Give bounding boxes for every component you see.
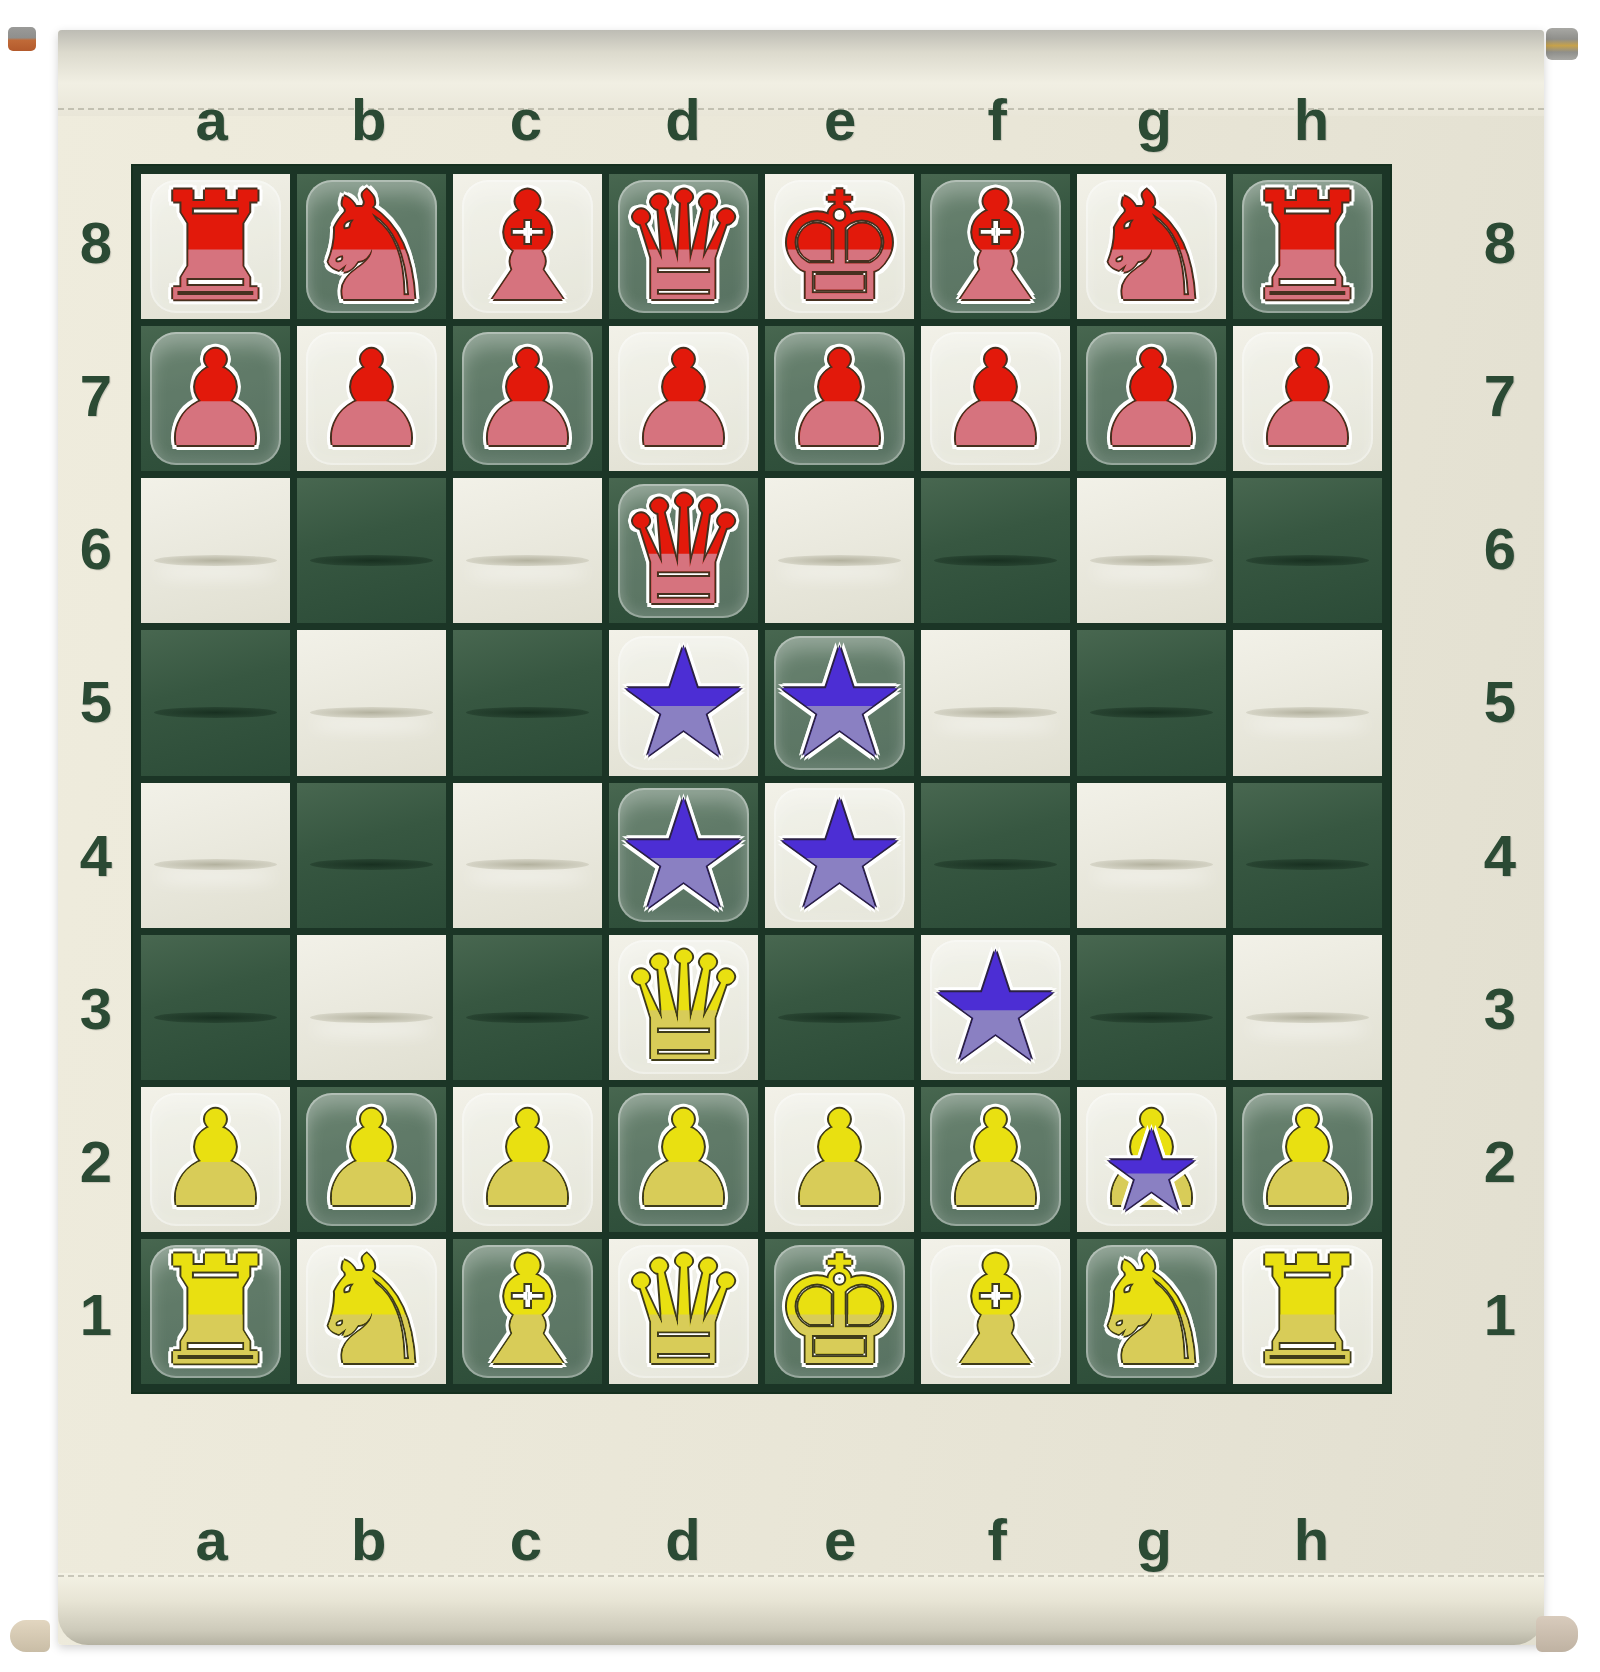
red-pawn-d7[interactable]: ♟♟ (609, 326, 758, 471)
square-h5[interactable] (1233, 630, 1382, 775)
red-queen-d6[interactable]: ♛♛ (609, 478, 758, 623)
file-label-g: g (1076, 1508, 1233, 1572)
square-h7[interactable]: ♟♟ (1233, 326, 1382, 471)
yellow-queen-d1[interactable]: ♛♛ (609, 1239, 758, 1384)
rank-label-2: 2 (1468, 1086, 1532, 1239)
yellow-rook-a1[interactable]: ♜♜ (141, 1239, 290, 1384)
pocket-slit-f5 (934, 707, 1056, 718)
square-c6[interactable] (453, 478, 602, 623)
red-pawn-f7[interactable]: ♟♟ (921, 326, 1070, 471)
file-label-e: e (762, 88, 919, 152)
star-marker-d5[interactable]: ★★ (609, 630, 758, 775)
square-a7[interactable]: ♟♟ (141, 326, 290, 471)
square-g6[interactable] (1077, 478, 1226, 623)
square-b6[interactable] (297, 478, 446, 623)
file-label-b: b (290, 1508, 447, 1572)
pocket-slit-a3 (154, 1012, 276, 1023)
file-label-f: f (919, 1508, 1076, 1572)
star-marker-f3[interactable]: ★★ (921, 935, 1070, 1080)
red-rook-h8[interactable]: ♜♜ (1233, 174, 1382, 319)
rank-label-5: 5 (64, 626, 128, 779)
file-label-c: c (447, 1508, 604, 1572)
square-g3[interactable] (1077, 935, 1226, 1080)
file-label-h: h (1233, 88, 1390, 152)
square-d1[interactable]: ♛♛ (609, 1239, 758, 1384)
pocket-slit-g3 (1090, 1012, 1212, 1023)
pocket-slit-f4 (934, 859, 1056, 870)
yellow-knight-b1[interactable]: ♞♞ (297, 1239, 446, 1384)
pocket-slit-b4 (310, 859, 432, 870)
pocket-slit-h5 (1246, 707, 1368, 718)
square-g5[interactable] (1077, 630, 1226, 775)
star-marker-e5[interactable]: ★★ (765, 630, 914, 775)
square-c1[interactable]: ♝♝ (453, 1239, 602, 1384)
square-h6[interactable] (1233, 478, 1382, 623)
rank-label-7: 7 (1468, 319, 1532, 472)
red-pawn-c7[interactable]: ♟♟ (453, 326, 602, 471)
yellow-pawn-d2[interactable]: ♟♟ (609, 1087, 758, 1232)
square-d3[interactable]: ♛♛ (609, 935, 758, 1080)
file-label-e: e (762, 1508, 919, 1572)
square-c2[interactable]: ♟♟ (453, 1087, 602, 1232)
pocket-slit-e3 (778, 1012, 900, 1023)
square-d4[interactable]: ★★ (609, 783, 758, 928)
yellow-bishop-c1[interactable]: ♝♝ (453, 1239, 602, 1384)
square-f4[interactable] (921, 783, 1070, 928)
square-f8[interactable]: ♝♝ (921, 174, 1070, 319)
red-knight-b8[interactable]: ♞♞ (297, 174, 446, 319)
pocket-slit-g6 (1090, 555, 1212, 566)
square-e4[interactable]: ★★ (765, 783, 914, 928)
red-pawn-b7[interactable]: ♟♟ (297, 326, 446, 471)
red-knight-g8[interactable]: ♞♞ (1077, 174, 1226, 319)
square-f7[interactable]: ♟♟ (921, 326, 1070, 471)
file-label-d: d (604, 88, 761, 152)
star-marker-g2[interactable]: ★★ (1077, 1099, 1226, 1244)
pocket-slit-c4 (466, 859, 588, 870)
file-label-d: d (604, 1508, 761, 1572)
square-b4[interactable] (297, 783, 446, 928)
square-h4[interactable] (1233, 783, 1382, 928)
square-d6[interactable]: ♛♛ (609, 478, 758, 623)
red-pawn-g7[interactable]: ♟♟ (1077, 326, 1226, 471)
square-g8[interactable]: ♞♞ (1077, 174, 1226, 319)
red-bishop-f8[interactable]: ♝♝ (921, 174, 1070, 319)
square-a1[interactable]: ♜♜ (141, 1239, 290, 1384)
square-a5[interactable] (141, 630, 290, 775)
bottom-left-dowel-end (10, 1620, 50, 1652)
file-label-g: g (1076, 88, 1233, 152)
red-queen-d8[interactable]: ♛♛ (609, 174, 758, 319)
rank-label-7: 7 (64, 319, 128, 472)
square-e8[interactable]: ♚♚ (765, 174, 914, 319)
star-marker-d4[interactable]: ★★ (609, 783, 758, 928)
square-e6[interactable] (765, 478, 914, 623)
yellow-pawn-b2[interactable]: ♟♟ (297, 1087, 446, 1232)
yellow-knight-g1[interactable]: ♞♞ (1077, 1239, 1226, 1384)
pocket-slit-a6 (154, 555, 276, 566)
square-b7[interactable]: ♟♟ (297, 326, 446, 471)
square-a2[interactable]: ♟♟ (141, 1087, 290, 1232)
star-marker-e4[interactable]: ★★ (765, 783, 914, 928)
square-f6[interactable] (921, 478, 1070, 623)
top-left-rod-end (8, 27, 36, 51)
yellow-pawn-f2[interactable]: ♟♟ (921, 1087, 1070, 1232)
square-e5[interactable]: ★★ (765, 630, 914, 775)
pocket-slit-g4 (1090, 859, 1212, 870)
red-pawn-a7[interactable]: ♟♟ (141, 326, 290, 471)
square-d7[interactable]: ♟♟ (609, 326, 758, 471)
rank-label-6: 6 (64, 473, 128, 626)
rank-label-6: 6 (1468, 473, 1532, 626)
chess-board: ♜♜♞♞♝♝♛♛♚♚♝♝♞♞♜♜♟♟♟♟♟♟♟♟♟♟♟♟♟♟♟♟♛♛★★★★★★… (133, 166, 1390, 1392)
square-a8[interactable]: ♜♜ (141, 174, 290, 319)
square-b8[interactable]: ♞♞ (297, 174, 446, 319)
square-e2[interactable]: ♟♟ (765, 1087, 914, 1232)
file-labels-bottom: abcdefgh (133, 1508, 1390, 1572)
square-h8[interactable]: ♜♜ (1233, 174, 1382, 319)
pocket-slit-c3 (466, 1012, 588, 1023)
file-label-h: h (1233, 1508, 1390, 1572)
red-bishop-c8[interactable]: ♝♝ (453, 174, 602, 319)
square-c3[interactable] (453, 935, 602, 1080)
top-right-rod-end (1546, 28, 1578, 60)
red-pawn-e7[interactable]: ♟♟ (765, 326, 914, 471)
square-d5[interactable]: ★★ (609, 630, 758, 775)
pocket-slit-c5 (466, 707, 588, 718)
file-label-b: b (290, 88, 447, 152)
square-b2[interactable]: ♟♟ (297, 1087, 446, 1232)
square-e1[interactable]: ♚♚ (765, 1239, 914, 1384)
rank-label-8: 8 (64, 166, 128, 319)
square-b5[interactable] (297, 630, 446, 775)
square-a4[interactable] (141, 783, 290, 928)
red-pawn-h7[interactable]: ♟♟ (1233, 326, 1382, 471)
rank-label-5: 5 (1468, 626, 1532, 779)
pocket-slit-a5 (154, 707, 276, 718)
rank-label-1: 1 (1468, 1239, 1532, 1392)
rank-label-2: 2 (64, 1086, 128, 1239)
pocket-slit-h3 (1246, 1012, 1368, 1023)
demo-chess-board-photo: abcdefgh abcdefgh 87654321 87654321 ♜♜♞♞… (0, 0, 1600, 1672)
rank-label-3: 3 (1468, 932, 1532, 1085)
pocket-slit-b3 (310, 1012, 432, 1023)
square-c7[interactable]: ♟♟ (453, 326, 602, 471)
square-f5[interactable] (921, 630, 1070, 775)
rank-label-3: 3 (64, 932, 128, 1085)
pocket-slit-a4 (154, 859, 276, 870)
pocket-slit-c6 (466, 555, 588, 566)
rank-label-4: 4 (64, 779, 128, 932)
yellow-queen-d3[interactable]: ♛♛ (609, 935, 758, 1080)
square-d8[interactable]: ♛♛ (609, 174, 758, 319)
square-b1[interactable]: ♞♞ (297, 1239, 446, 1384)
file-labels-top: abcdefgh (133, 88, 1390, 152)
rank-label-4: 4 (1468, 779, 1532, 932)
square-g2[interactable]: ♟♟★★ (1077, 1087, 1226, 1232)
square-h3[interactable] (1233, 935, 1382, 1080)
yellow-bishop-f1[interactable]: ♝♝ (921, 1239, 1070, 1384)
square-h1[interactable]: ♜♜ (1233, 1239, 1382, 1384)
square-h2[interactable]: ♟♟ (1233, 1087, 1382, 1232)
square-f3[interactable]: ★★ (921, 935, 1070, 1080)
file-label-c: c (447, 88, 604, 152)
square-c4[interactable] (453, 783, 602, 928)
pocket-slit-e6 (778, 555, 900, 566)
square-g1[interactable]: ♞♞ (1077, 1239, 1226, 1384)
square-a6[interactable] (141, 478, 290, 623)
square-f1[interactable]: ♝♝ (921, 1239, 1070, 1384)
yellow-king-e1[interactable]: ♚♚ (765, 1239, 914, 1384)
square-d2[interactable]: ♟♟ (609, 1087, 758, 1232)
rank-labels-left: 87654321 (64, 166, 128, 1392)
square-a3[interactable] (141, 935, 290, 1080)
square-c5[interactable] (453, 630, 602, 775)
yellow-pawn-h2[interactable]: ♟♟ (1233, 1087, 1382, 1232)
pocket-slit-b6 (310, 555, 432, 566)
square-e7[interactable]: ♟♟ (765, 326, 914, 471)
bottom-right-dowel-end (1536, 1616, 1578, 1652)
red-rook-a8[interactable]: ♜♜ (141, 174, 290, 319)
rank-labels-right: 87654321 (1468, 166, 1532, 1392)
yellow-rook-h1[interactable]: ♜♜ (1233, 1239, 1382, 1384)
file-label-a: a (133, 88, 290, 152)
square-g7[interactable]: ♟♟ (1077, 326, 1226, 471)
file-label-f: f (919, 88, 1076, 152)
pocket-slit-b5 (310, 707, 432, 718)
rank-label-1: 1 (64, 1239, 128, 1392)
pocket-slit-h6 (1246, 555, 1368, 566)
pocket-slit-g5 (1090, 707, 1212, 718)
square-g4[interactable] (1077, 783, 1226, 928)
file-label-a: a (133, 1508, 290, 1572)
square-f2[interactable]: ♟♟ (921, 1087, 1070, 1232)
rank-label-8: 8 (1468, 166, 1532, 319)
banner-bottom-roll (58, 1573, 1544, 1645)
yellow-pawn-e2[interactable]: ♟♟ (765, 1087, 914, 1232)
square-e3[interactable] (765, 935, 914, 1080)
pocket-slit-f6 (934, 555, 1056, 566)
square-b3[interactable] (297, 935, 446, 1080)
yellow-pawn-a2[interactable]: ♟♟ (141, 1087, 290, 1232)
yellow-pawn-c2[interactable]: ♟♟ (453, 1087, 602, 1232)
red-king-e8[interactable]: ♚♚ (765, 174, 914, 319)
square-c8[interactable]: ♝♝ (453, 174, 602, 319)
pocket-slit-h4 (1246, 859, 1368, 870)
